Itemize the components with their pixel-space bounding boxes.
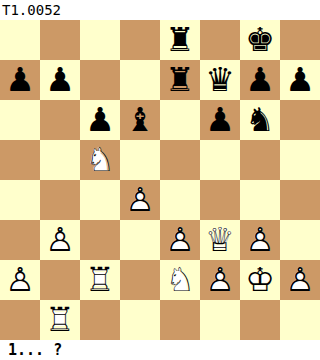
square-h6[interactable] xyxy=(280,100,320,140)
square-c5[interactable]: ♞♘ xyxy=(80,140,120,180)
white-pawn-outline: ♙ xyxy=(0,260,40,300)
square-b1[interactable]: ♜♖ xyxy=(40,300,80,340)
square-e6[interactable] xyxy=(160,100,200,140)
black-king-piece: ♚ xyxy=(240,20,280,60)
square-b6[interactable] xyxy=(40,100,80,140)
square-f7[interactable]: ♛ xyxy=(200,60,240,100)
white-pawn-piece: ♟ xyxy=(40,220,80,260)
square-e7[interactable]: ♜ xyxy=(160,60,200,100)
square-e5[interactable] xyxy=(160,140,200,180)
white-pawn-piece: ♟ xyxy=(120,180,160,220)
square-f8[interactable] xyxy=(200,20,240,60)
square-e2[interactable]: ♞♘ xyxy=(160,260,200,300)
square-c7[interactable] xyxy=(80,60,120,100)
square-d2[interactable] xyxy=(120,260,160,300)
white-pawn-outline: ♙ xyxy=(280,260,320,300)
chess-board: ♜♚♟♟♜♛♟♟♟♝♟♞♞♘♟♙♟♙♟♙♛♕♟♙♟♙♜♖♞♘♟♙♚♔♟♙♜♖ xyxy=(0,20,320,340)
square-b7[interactable]: ♟ xyxy=(40,60,80,100)
square-f1[interactable] xyxy=(200,300,240,340)
white-pawn-piece: ♟ xyxy=(0,260,40,300)
square-a8[interactable] xyxy=(0,20,40,60)
square-h3[interactable] xyxy=(280,220,320,260)
square-d8[interactable] xyxy=(120,20,160,60)
white-pawn-piece: ♟ xyxy=(200,260,240,300)
chess-puzzle-page: T1.0052 ♜♚♟♟♜♛♟♟♟♝♟♞♞♘♟♙♟♙♟♙♛♕♟♙♟♙♜♖♞♘♟♙… xyxy=(0,0,320,360)
square-e8[interactable]: ♜ xyxy=(160,20,200,60)
square-h2[interactable]: ♟♙ xyxy=(280,260,320,300)
white-pawn-piece: ♟ xyxy=(160,220,200,260)
black-rook-piece: ♜ xyxy=(160,60,200,100)
square-h7[interactable]: ♟ xyxy=(280,60,320,100)
square-d1[interactable] xyxy=(120,300,160,340)
white-pawn-outline: ♙ xyxy=(40,220,80,260)
square-f2[interactable]: ♟♙ xyxy=(200,260,240,300)
square-f6[interactable]: ♟ xyxy=(200,100,240,140)
square-e4[interactable] xyxy=(160,180,200,220)
white-pawn-piece: ♟ xyxy=(280,260,320,300)
square-c1[interactable] xyxy=(80,300,120,340)
white-rook-outline: ♖ xyxy=(80,260,120,300)
white-pawn-outline: ♙ xyxy=(120,180,160,220)
white-pawn-outline: ♙ xyxy=(200,260,240,300)
white-pawn-outline: ♙ xyxy=(240,220,280,260)
square-g8[interactable]: ♚ xyxy=(240,20,280,60)
square-c4[interactable] xyxy=(80,180,120,220)
square-a5[interactable] xyxy=(0,140,40,180)
black-pawn-piece: ♟ xyxy=(40,60,80,100)
square-a3[interactable] xyxy=(0,220,40,260)
square-g1[interactable] xyxy=(240,300,280,340)
white-knight-piece: ♞ xyxy=(160,260,200,300)
square-f5[interactable] xyxy=(200,140,240,180)
square-a2[interactable]: ♟♙ xyxy=(0,260,40,300)
square-b5[interactable] xyxy=(40,140,80,180)
square-g6[interactable]: ♞ xyxy=(240,100,280,140)
white-knight-piece: ♞ xyxy=(80,140,120,180)
square-c6[interactable]: ♟ xyxy=(80,100,120,140)
square-b8[interactable] xyxy=(40,20,80,60)
square-h5[interactable] xyxy=(280,140,320,180)
square-f4[interactable] xyxy=(200,180,240,220)
black-pawn-piece: ♟ xyxy=(80,100,120,140)
white-knight-outline: ♘ xyxy=(80,140,120,180)
square-d3[interactable] xyxy=(120,220,160,260)
square-c3[interactable] xyxy=(80,220,120,260)
black-queen-piece: ♛ xyxy=(200,60,240,100)
square-c2[interactable]: ♜♖ xyxy=(80,260,120,300)
white-knight-outline: ♘ xyxy=(160,260,200,300)
black-rook-piece: ♜ xyxy=(160,20,200,60)
white-queen-outline: ♕ xyxy=(200,220,240,260)
square-h4[interactable] xyxy=(280,180,320,220)
white-pawn-outline: ♙ xyxy=(160,220,200,260)
white-rook-piece: ♜ xyxy=(80,260,120,300)
square-c8[interactable] xyxy=(80,20,120,60)
square-b2[interactable] xyxy=(40,260,80,300)
square-h1[interactable] xyxy=(280,300,320,340)
black-pawn-piece: ♟ xyxy=(200,100,240,140)
square-a6[interactable] xyxy=(0,100,40,140)
move-prompt: 1... ? xyxy=(0,340,320,360)
square-d6[interactable]: ♝ xyxy=(120,100,160,140)
square-a1[interactable] xyxy=(0,300,40,340)
square-e3[interactable]: ♟♙ xyxy=(160,220,200,260)
square-h8[interactable] xyxy=(280,20,320,60)
square-g3[interactable]: ♟♙ xyxy=(240,220,280,260)
black-pawn-piece: ♟ xyxy=(240,60,280,100)
square-g4[interactable] xyxy=(240,180,280,220)
white-rook-outline: ♖ xyxy=(40,300,80,340)
square-d5[interactable] xyxy=(120,140,160,180)
square-a7[interactable]: ♟ xyxy=(0,60,40,100)
square-g2[interactable]: ♚♔ xyxy=(240,260,280,300)
white-queen-piece: ♛ xyxy=(200,220,240,260)
square-g5[interactable] xyxy=(240,140,280,180)
square-f3[interactable]: ♛♕ xyxy=(200,220,240,260)
puzzle-title: T1.0052 xyxy=(0,0,320,20)
white-king-outline: ♔ xyxy=(240,260,280,300)
black-knight-piece: ♞ xyxy=(240,100,280,140)
square-g7[interactable]: ♟ xyxy=(240,60,280,100)
square-d7[interactable] xyxy=(120,60,160,100)
white-rook-piece: ♜ xyxy=(40,300,80,340)
square-d4[interactable]: ♟♙ xyxy=(120,180,160,220)
white-king-piece: ♚ xyxy=(240,260,280,300)
black-pawn-piece: ♟ xyxy=(0,60,40,100)
square-b3[interactable]: ♟♙ xyxy=(40,220,80,260)
white-pawn-piece: ♟ xyxy=(240,220,280,260)
square-e1[interactable] xyxy=(160,300,200,340)
square-a4[interactable] xyxy=(0,180,40,220)
black-bishop-piece: ♝ xyxy=(120,100,160,140)
square-b4[interactable] xyxy=(40,180,80,220)
black-pawn-piece: ♟ xyxy=(280,60,320,100)
